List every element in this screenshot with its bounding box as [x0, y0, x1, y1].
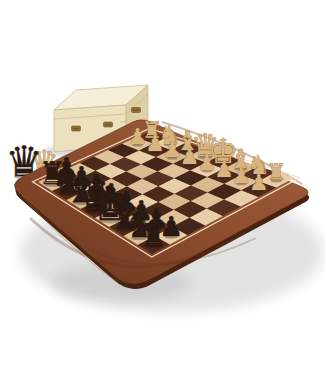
piece-white-pawn-h2[interactable]: ♟: [249, 170, 269, 195]
box-dovetail-joint: [120, 122, 126, 123]
piece-white-rook-h1[interactable]: ♜: [266, 159, 286, 185]
scene-svg: ♛♛♜♞♟♝♟♛♟♚♟♝♟♞♟♟♜♟♜♟♟♞♟♝♟♛♟♚♟♟♝♟♞♜: [0, 0, 325, 375]
piece-black-rook-h8[interactable]: ♜: [140, 217, 168, 253]
chess-set-product-photo: ♛♛♜♞♟♝♟♛♟♚♟♝♟♞♟♟♜♟♜♟♟♞♟♝♟♛♟♚♟♟♝♟♞♜: [0, 0, 325, 375]
